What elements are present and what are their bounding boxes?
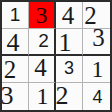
cell-r1c2[interactable]: 3 xyxy=(29,2,56,29)
cell-digit: 1 xyxy=(37,84,49,108)
cell-r3c3[interactable]: 3 xyxy=(56,56,83,83)
cell-r4c1[interactable]: 3 xyxy=(2,83,29,110)
cell-r2c2[interactable]: 2 xyxy=(29,29,56,56)
cell-digit: 2 xyxy=(56,83,69,109)
cell-r1c3[interactable]: 4 xyxy=(56,2,83,29)
cell-digit: 4 xyxy=(92,88,102,106)
cell-digit: 3 xyxy=(64,59,74,77)
cell-digit: 3 xyxy=(36,3,48,27)
cell-digit: 2 xyxy=(4,57,17,82)
cell-digit: 2 xyxy=(38,31,49,50)
cell-r2c4[interactable]: 3 xyxy=(83,29,110,56)
cell-digit: 1 xyxy=(59,30,72,56)
cell-r2c1[interactable]: 4 xyxy=(2,29,29,56)
cell-digit: 4 xyxy=(34,56,47,80)
cell-r1c4[interactable]: 2 xyxy=(83,2,110,29)
cell-r3c2[interactable]: 4 xyxy=(29,56,56,83)
cell-digit: 1 xyxy=(10,5,21,24)
cell-digit: 4 xyxy=(7,30,20,56)
cell-r3c4[interactable]: 1 xyxy=(83,56,110,83)
cell-r4c3[interactable]: 2 xyxy=(56,83,83,110)
cell-digit: 3 xyxy=(2,83,14,109)
cell-r3c1[interactable]: 2 xyxy=(2,56,29,83)
cell-r4c4[interactable]: 4 xyxy=(83,83,110,110)
cell-r1c1[interactable]: 1 xyxy=(2,2,29,29)
cell-r4c2[interactable]: 1 xyxy=(29,83,56,110)
cell-digit: 4 xyxy=(62,3,75,28)
cell-digit: 3 xyxy=(92,29,105,50)
cell-r2c3[interactable]: 1 xyxy=(56,29,83,56)
cell-digit: 1 xyxy=(92,57,104,81)
cell-digit: 2 xyxy=(84,3,97,28)
sudoku-board: 1 3 4 2 4 2 1 3 2 4 3 1 3 1 2 4 xyxy=(0,0,112,112)
